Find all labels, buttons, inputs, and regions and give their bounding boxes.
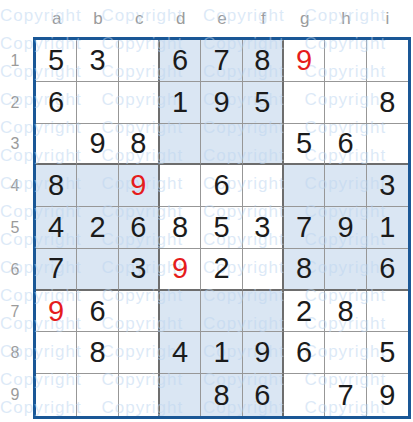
digit-a6: 7	[48, 254, 64, 283]
row-label-4: 4	[0, 165, 30, 207]
cell-h3[interactable]: 6	[325, 124, 366, 166]
digit-g8: 6	[296, 338, 312, 367]
cell-f9[interactable]: 6	[243, 374, 284, 416]
digit-g7: 2	[296, 297, 312, 326]
cell-d3[interactable]	[160, 124, 201, 166]
digit-h9: 7	[337, 381, 353, 410]
cell-g6[interactable]: 8	[284, 249, 325, 291]
col-label-d: d	[160, 0, 201, 37]
cell-f1[interactable]: 8	[243, 40, 284, 82]
cell-e6[interactable]: 2	[201, 249, 242, 291]
cell-g1[interactable]: 9	[284, 40, 325, 82]
digit-i9: 9	[379, 381, 395, 410]
cell-e8[interactable]: 1	[201, 332, 242, 374]
cell-g7[interactable]: 2	[284, 291, 325, 333]
row-label-2: 2	[0, 82, 30, 124]
cell-e2[interactable]: 9	[201, 82, 242, 124]
row-label-7: 7	[0, 291, 30, 333]
digit-g1: 9	[296, 46, 312, 75]
digit-d6: 9	[172, 254, 188, 283]
cell-h1[interactable]	[325, 40, 366, 82]
digit-e8: 1	[213, 338, 229, 367]
cell-a6[interactable]: 7	[36, 249, 77, 291]
cell-d4[interactable]	[160, 165, 201, 207]
cell-d5[interactable]: 8	[160, 207, 201, 249]
digit-e5: 5	[213, 213, 229, 242]
row-label-8: 8	[0, 332, 30, 374]
digit-i4: 3	[379, 171, 395, 200]
digit-c3: 8	[130, 129, 146, 158]
cell-f5[interactable]: 3	[243, 207, 284, 249]
cell-e4[interactable]: 6	[201, 165, 242, 207]
cell-f4[interactable]	[243, 165, 284, 207]
cell-g4[interactable]	[284, 165, 325, 207]
cell-h9[interactable]: 7	[325, 374, 366, 416]
cell-f6[interactable]	[243, 249, 284, 291]
digit-a5: 4	[48, 213, 64, 242]
digit-a2: 6	[48, 88, 64, 117]
digit-f5: 3	[254, 213, 270, 242]
digit-f8: 9	[254, 338, 270, 367]
cell-f7[interactable]	[243, 291, 284, 333]
digit-b3: 9	[89, 129, 105, 158]
digit-a7: 9	[48, 297, 64, 326]
cell-e7[interactable]	[201, 291, 242, 333]
cell-b9[interactable]	[77, 374, 118, 416]
column-labels: abcdefghi	[36, 0, 408, 37]
cell-c2[interactable]	[119, 82, 160, 124]
col-label-a: a	[36, 0, 77, 37]
col-label-h: h	[325, 0, 366, 37]
digit-g3: 5	[296, 129, 312, 158]
cell-d7[interactable]	[160, 291, 201, 333]
cell-b4[interactable]	[77, 165, 118, 207]
row-label-9: 9	[0, 374, 30, 416]
cell-b3[interactable]: 9	[77, 124, 118, 166]
digit-i5: 1	[379, 213, 395, 242]
cell-h7[interactable]: 8	[325, 291, 366, 333]
cell-g5[interactable]: 7	[284, 207, 325, 249]
cell-c1[interactable]	[119, 40, 160, 82]
cell-h5[interactable]: 9	[325, 207, 366, 249]
cell-i6[interactable]: 6	[367, 249, 408, 291]
cell-b1[interactable]: 3	[77, 40, 118, 82]
cell-c7[interactable]	[119, 291, 160, 333]
cell-b2[interactable]	[77, 82, 118, 124]
cell-f2[interactable]: 5	[243, 82, 284, 124]
col-label-c: c	[119, 0, 160, 37]
cell-i7[interactable]	[367, 291, 408, 333]
cell-i1[interactable]	[367, 40, 408, 82]
digit-g5: 7	[296, 213, 312, 242]
col-label-e: e	[201, 0, 242, 37]
digit-c4: 9	[130, 171, 146, 200]
cell-b6[interactable]	[77, 249, 118, 291]
cell-d8[interactable]: 4	[160, 332, 201, 374]
cell-h6[interactable]	[325, 249, 366, 291]
cell-c3[interactable]: 8	[119, 124, 160, 166]
cell-c5[interactable]: 6	[119, 207, 160, 249]
cell-a2[interactable]: 6	[36, 82, 77, 124]
cell-d2[interactable]: 1	[160, 82, 201, 124]
digit-i2: 8	[379, 88, 395, 117]
row-label-5: 5	[0, 207, 30, 249]
digit-b7: 6	[89, 297, 105, 326]
cell-g8[interactable]: 6	[284, 332, 325, 374]
cell-a5[interactable]: 4	[36, 207, 77, 249]
col-label-b: b	[77, 0, 118, 37]
cell-i5[interactable]: 1	[367, 207, 408, 249]
digit-c5: 6	[130, 213, 146, 242]
digit-e9: 8	[213, 381, 229, 410]
cell-c4[interactable]: 9	[119, 165, 160, 207]
digit-a4: 8	[48, 171, 64, 200]
cell-a3[interactable]	[36, 124, 77, 166]
cell-c6[interactable]: 3	[119, 249, 160, 291]
cell-a1[interactable]: 5	[36, 40, 77, 82]
cell-d1[interactable]: 6	[160, 40, 201, 82]
digit-b5: 2	[89, 213, 105, 242]
cell-h2[interactable]	[325, 82, 366, 124]
col-label-g: g	[284, 0, 325, 37]
cell-d6[interactable]: 9	[160, 249, 201, 291]
cell-a4[interactable]: 8	[36, 165, 77, 207]
cell-a7[interactable]: 9	[36, 291, 77, 333]
cell-g3[interactable]: 5	[284, 124, 325, 166]
cell-i3[interactable]	[367, 124, 408, 166]
col-label-i: i	[367, 0, 408, 37]
cell-i9[interactable]: 9	[367, 374, 408, 416]
cell-f3[interactable]	[243, 124, 284, 166]
cell-c8[interactable]	[119, 332, 160, 374]
digit-h5: 9	[337, 213, 353, 242]
cell-e3[interactable]	[201, 124, 242, 166]
digit-a1: 5	[48, 46, 64, 75]
digit-d1: 6	[172, 46, 188, 75]
cell-b8[interactable]: 8	[77, 332, 118, 374]
cell-i2[interactable]: 8	[367, 82, 408, 124]
digit-e2: 9	[213, 88, 229, 117]
col-label-f: f	[243, 0, 284, 37]
digit-e1: 7	[213, 46, 229, 75]
digit-d8: 4	[172, 338, 188, 367]
cell-b7[interactable]: 6	[77, 291, 118, 333]
cell-e9[interactable]: 8	[201, 374, 242, 416]
row-label-1: 1	[0, 40, 30, 82]
digit-f9: 6	[254, 381, 270, 410]
row-label-3: 3	[0, 124, 30, 166]
digit-c6: 3	[130, 254, 146, 283]
cell-e5[interactable]: 5	[201, 207, 242, 249]
digit-i6: 6	[379, 254, 395, 283]
digit-e6: 2	[213, 254, 229, 283]
cell-f8[interactable]: 9	[243, 332, 284, 374]
row-label-6: 6	[0, 249, 30, 291]
digit-b1: 3	[89, 46, 105, 75]
cell-a9[interactable]	[36, 374, 77, 416]
digit-f2: 5	[254, 88, 270, 117]
digit-h7: 8	[337, 297, 353, 326]
cell-d9[interactable]	[160, 374, 201, 416]
digit-e4: 6	[213, 171, 229, 200]
cell-a8[interactable]	[36, 332, 77, 374]
digit-d5: 8	[172, 213, 188, 242]
sudoku-board: 5367896195898568963426853791739286962884…	[33, 37, 411, 419]
digit-d2: 1	[172, 88, 188, 117]
cell-i8[interactable]: 5	[367, 332, 408, 374]
digit-i8: 5	[379, 338, 395, 367]
cell-e1[interactable]: 7	[201, 40, 242, 82]
sudoku-page: abcdefghi 123456789 53678961958985689634…	[0, 0, 413, 422]
digit-b8: 8	[89, 338, 105, 367]
cell-h8[interactable]	[325, 332, 366, 374]
cell-h4[interactable]	[325, 165, 366, 207]
cell-g9[interactable]	[284, 374, 325, 416]
digit-f1: 8	[254, 46, 270, 75]
cell-b5[interactable]: 2	[77, 207, 118, 249]
digit-g6: 8	[296, 254, 312, 283]
row-labels: 123456789	[0, 40, 30, 416]
cell-i4[interactable]: 3	[367, 165, 408, 207]
cell-c9[interactable]	[119, 374, 160, 416]
digit-h3: 6	[337, 129, 353, 158]
cell-g2[interactable]	[284, 82, 325, 124]
